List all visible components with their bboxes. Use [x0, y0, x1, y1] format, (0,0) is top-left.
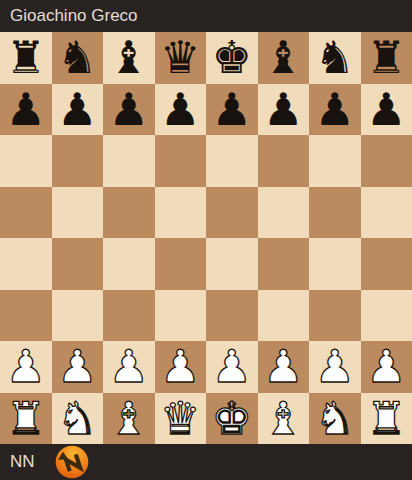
piece-black-bishop: ♝ [263, 35, 303, 80]
square-b8[interactable]: ♞ [52, 32, 104, 84]
square-a1[interactable]: ♜ [0, 393, 52, 445]
square-e5[interactable] [206, 187, 258, 239]
square-c2[interactable]: ♟ [103, 341, 155, 393]
square-g1[interactable]: ♞ [309, 393, 361, 445]
square-f5[interactable] [258, 187, 310, 239]
square-h5[interactable] [361, 187, 412, 239]
square-d7[interactable]: ♟ [155, 84, 207, 136]
square-h1[interactable]: ♜ [361, 393, 412, 445]
square-g4[interactable] [309, 238, 361, 290]
square-d1[interactable]: ♛ [155, 393, 207, 445]
bottom-player-bar: NN [0, 444, 412, 480]
square-f1[interactable]: ♝ [258, 393, 310, 445]
square-b3[interactable] [52, 290, 104, 342]
chess-app: Gioachino Greco ♜♞♝♛♚♝♞♜♟♟♟♟♟♟♟♟♟♟♟♟♟♟♟♟… [0, 0, 412, 480]
piece-black-pawn: ♟ [57, 87, 97, 132]
square-c5[interactable] [103, 187, 155, 239]
square-a8[interactable]: ♜ [0, 32, 52, 84]
piece-black-pawn: ♟ [315, 87, 355, 132]
square-b7[interactable]: ♟ [52, 84, 104, 136]
piece-white-bishop: ♝ [263, 396, 303, 441]
piece-white-bishop: ♝ [109, 396, 149, 441]
square-h8[interactable]: ♜ [361, 32, 412, 84]
piece-black-pawn: ♟ [263, 87, 303, 132]
piece-black-bishop: ♝ [109, 35, 149, 80]
square-a3[interactable] [0, 290, 52, 342]
piece-white-pawn: ♟ [6, 344, 46, 389]
square-c4[interactable] [103, 238, 155, 290]
square-g6[interactable] [309, 135, 361, 187]
square-e2[interactable]: ♟ [206, 341, 258, 393]
piece-black-pawn: ♟ [366, 87, 406, 132]
piece-black-pawn: ♟ [6, 87, 46, 132]
piece-white-pawn: ♟ [109, 344, 149, 389]
square-h6[interactable] [361, 135, 412, 187]
nn-group-logo-icon [55, 445, 89, 479]
square-e4[interactable] [206, 238, 258, 290]
piece-white-pawn: ♟ [366, 344, 406, 389]
square-g3[interactable] [309, 290, 361, 342]
square-e6[interactable] [206, 135, 258, 187]
piece-black-queen: ♛ [160, 35, 200, 80]
square-b1[interactable]: ♞ [52, 393, 104, 445]
square-d4[interactable] [155, 238, 207, 290]
piece-black-pawn: ♟ [160, 87, 200, 132]
square-h2[interactable]: ♟ [361, 341, 412, 393]
piece-black-pawn: ♟ [109, 87, 149, 132]
top-player-name: Gioachino Greco [10, 6, 138, 26]
chess-board: ♜♞♝♛♚♝♞♜♟♟♟♟♟♟♟♟♟♟♟♟♟♟♟♟♜♞♝♛♚♝♞♜ [0, 32, 412, 444]
piece-white-knight: ♞ [57, 396, 97, 441]
piece-white-rook: ♜ [366, 396, 406, 441]
piece-black-knight: ♞ [315, 35, 355, 80]
piece-black-rook: ♜ [366, 35, 406, 80]
square-b6[interactable] [52, 135, 104, 187]
square-d8[interactable]: ♛ [155, 32, 207, 84]
square-g5[interactable] [309, 187, 361, 239]
square-c6[interactable] [103, 135, 155, 187]
square-h3[interactable] [361, 290, 412, 342]
piece-white-pawn: ♟ [212, 344, 252, 389]
square-a4[interactable] [0, 238, 52, 290]
square-g7[interactable]: ♟ [309, 84, 361, 136]
square-b2[interactable]: ♟ [52, 341, 104, 393]
square-e8[interactable]: ♚ [206, 32, 258, 84]
square-e3[interactable] [206, 290, 258, 342]
piece-white-pawn: ♟ [160, 344, 200, 389]
piece-white-pawn: ♟ [315, 344, 355, 389]
piece-white-pawn: ♟ [57, 344, 97, 389]
piece-white-king: ♚ [212, 396, 252, 441]
piece-white-pawn: ♟ [263, 344, 303, 389]
top-player-bar: Gioachino Greco [0, 0, 412, 32]
square-c1[interactable]: ♝ [103, 393, 155, 445]
square-b4[interactable] [52, 238, 104, 290]
piece-black-knight: ♞ [57, 35, 97, 80]
square-a5[interactable] [0, 187, 52, 239]
square-d5[interactable] [155, 187, 207, 239]
square-f7[interactable]: ♟ [258, 84, 310, 136]
square-e1[interactable]: ♚ [206, 393, 258, 445]
bottom-player-name: NN [10, 452, 35, 472]
square-h7[interactable]: ♟ [361, 84, 412, 136]
piece-white-queen: ♛ [160, 396, 200, 441]
piece-black-king: ♚ [212, 35, 252, 80]
piece-black-rook: ♜ [6, 35, 46, 80]
square-f3[interactable] [258, 290, 310, 342]
square-h4[interactable] [361, 238, 412, 290]
square-c8[interactable]: ♝ [103, 32, 155, 84]
square-f4[interactable] [258, 238, 310, 290]
square-d6[interactable] [155, 135, 207, 187]
square-d3[interactable] [155, 290, 207, 342]
square-a6[interactable] [0, 135, 52, 187]
square-f6[interactable] [258, 135, 310, 187]
square-d2[interactable]: ♟ [155, 341, 207, 393]
square-c7[interactable]: ♟ [103, 84, 155, 136]
piece-white-rook: ♜ [6, 396, 46, 441]
square-g2[interactable]: ♟ [309, 341, 361, 393]
piece-white-knight: ♞ [315, 396, 355, 441]
square-a7[interactable]: ♟ [0, 84, 52, 136]
square-e7[interactable]: ♟ [206, 84, 258, 136]
square-a2[interactable]: ♟ [0, 341, 52, 393]
piece-black-pawn: ♟ [212, 87, 252, 132]
square-g8[interactable]: ♞ [309, 32, 361, 84]
square-f2[interactable]: ♟ [258, 341, 310, 393]
square-f8[interactable]: ♝ [258, 32, 310, 84]
square-c3[interactable] [103, 290, 155, 342]
square-b5[interactable] [52, 187, 104, 239]
